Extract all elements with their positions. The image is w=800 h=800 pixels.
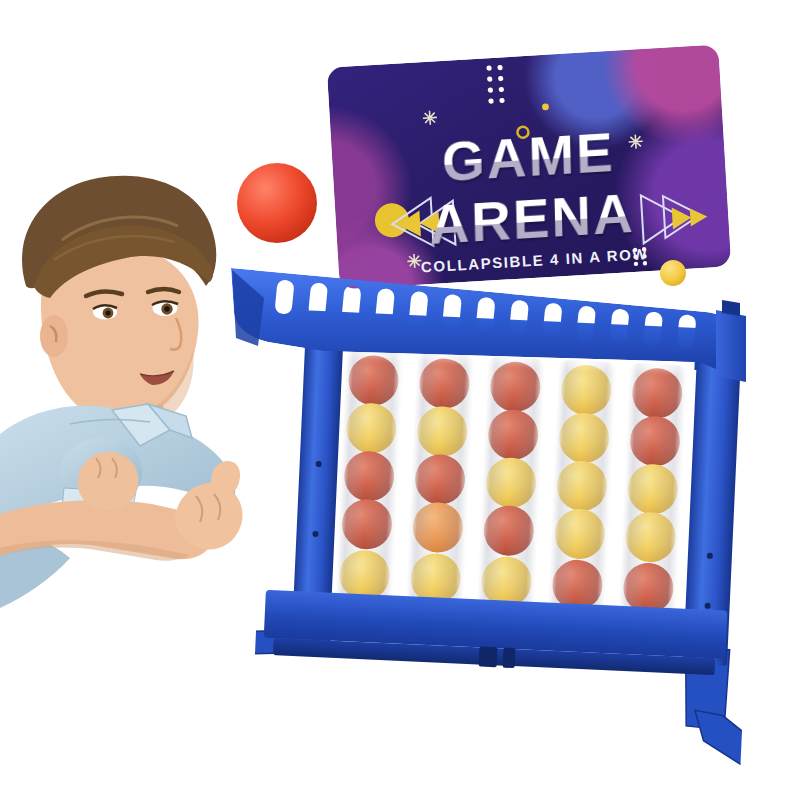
screw-dot	[316, 461, 322, 467]
screw-dot	[312, 531, 318, 537]
tray-ramp	[231, 268, 732, 376]
hinge-clip	[479, 646, 498, 667]
banner-title: GAME ARENA	[331, 114, 730, 261]
tube-column-4	[547, 360, 616, 608]
banner: GAME ARENA COLLAPSIBLE 4 IN A ROW	[327, 45, 731, 290]
top-tray	[228, 254, 780, 386]
tube-column-3	[477, 357, 546, 605]
screw-dot	[705, 603, 711, 609]
tube-column-5	[618, 363, 687, 611]
boy-photo	[0, 166, 270, 626]
product-photo: GAME ARENA COLLAPSIBLE 4 IN A ROW	[0, 0, 800, 800]
screw-dot	[707, 553, 713, 559]
boy-fist-right	[175, 483, 242, 550]
dot-grid-top	[486, 65, 504, 104]
red-ball	[237, 163, 317, 243]
tray-right-wall	[716, 310, 746, 382]
tube-column-1	[335, 350, 404, 598]
hinge-clip	[503, 648, 516, 669]
yellow-dot	[542, 103, 549, 110]
tube-column-2	[406, 353, 475, 601]
boy-ear	[40, 315, 68, 357]
